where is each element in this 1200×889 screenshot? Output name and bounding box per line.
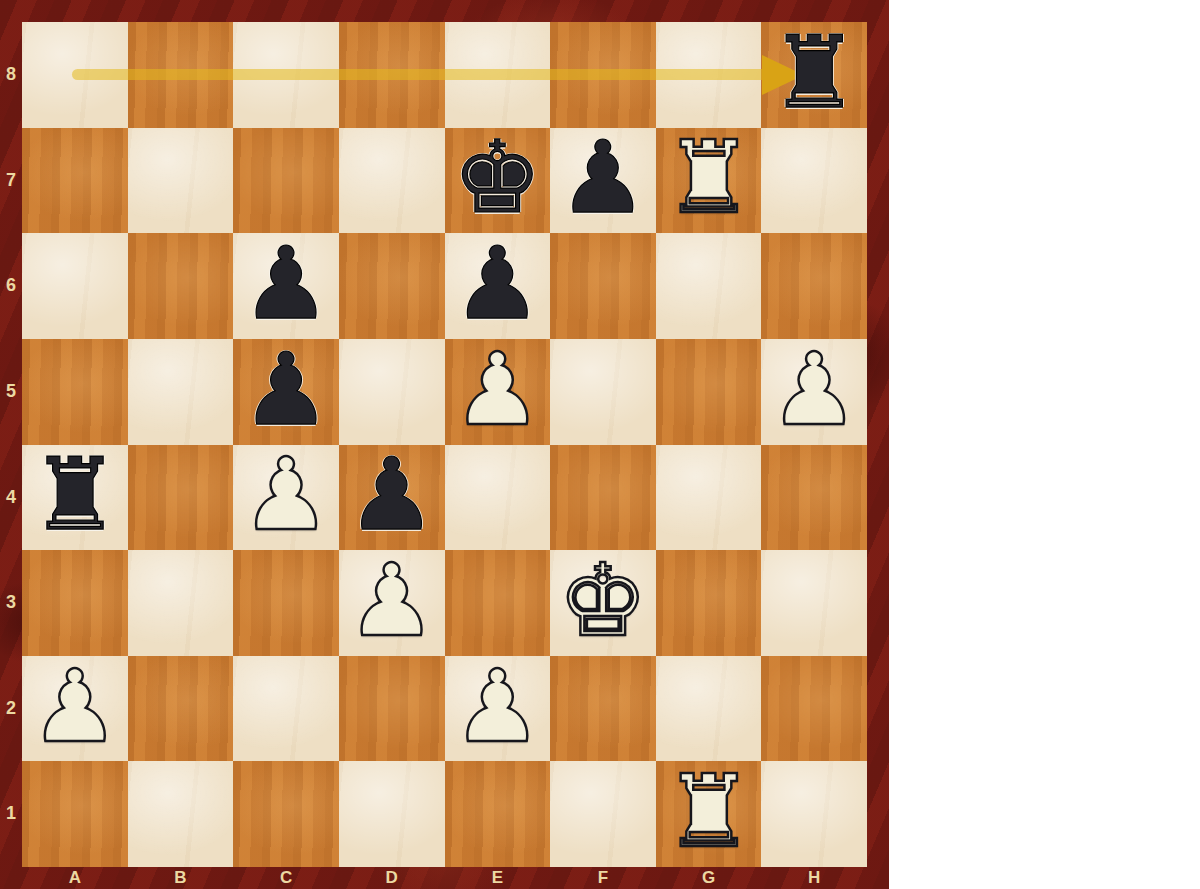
piece-white-pawn-d3[interactable]: ♟︎ <box>347 551 437 651</box>
square-h5[interactable]: ♟︎ <box>761 339 867 445</box>
square-e2[interactable]: ♟︎ <box>445 656 551 762</box>
square-c3[interactable] <box>233 550 339 656</box>
piece-black-king-e7[interactable]: ♚︎ <box>452 128 542 228</box>
square-h2[interactable] <box>761 656 867 762</box>
move-arrow-tail <box>72 69 768 80</box>
square-g6[interactable] <box>656 233 762 339</box>
piece-black-rook-a4[interactable]: ♜︎ <box>30 445 120 545</box>
square-c2[interactable] <box>233 656 339 762</box>
square-d2[interactable] <box>339 656 445 762</box>
square-a1[interactable] <box>22 761 128 867</box>
square-e3[interactable] <box>445 550 551 656</box>
square-c6[interactable]: ♟︎ <box>233 233 339 339</box>
piece-white-rook-g7[interactable]: ♜︎ <box>664 128 754 228</box>
screenshot-canvas: ♜︎♚︎♟︎♜︎♟︎♟︎♟︎♟︎♟︎♜︎♟︎♟︎♟︎♚︎♟︎♟︎♜︎ 87654… <box>0 0 1200 889</box>
square-d3[interactable]: ♟︎ <box>339 550 445 656</box>
square-e6[interactable]: ♟︎ <box>445 233 551 339</box>
piece-white-king-f3[interactable]: ♚︎ <box>558 551 648 651</box>
square-g4[interactable] <box>656 445 762 551</box>
rank-label-6: 6 <box>0 233 22 339</box>
file-label-c: C <box>233 867 339 889</box>
square-g2[interactable] <box>656 656 762 762</box>
file-label-d: D <box>339 867 445 889</box>
square-a4[interactable]: ♜︎ <box>22 445 128 551</box>
rank-label-1: 1 <box>0 761 22 867</box>
square-d5[interactable] <box>339 339 445 445</box>
rank-label-7: 7 <box>0 128 22 234</box>
square-b1[interactable] <box>128 761 234 867</box>
square-g5[interactable] <box>656 339 762 445</box>
square-a7[interactable] <box>22 128 128 234</box>
square-c1[interactable] <box>233 761 339 867</box>
square-b6[interactable] <box>128 233 234 339</box>
square-b2[interactable] <box>128 656 234 762</box>
square-h8[interactable]: ♜︎ <box>761 22 867 128</box>
rank-label-8: 8 <box>0 22 22 128</box>
square-f4[interactable] <box>550 445 656 551</box>
piece-black-pawn-c5[interactable]: ♟︎ <box>241 340 331 440</box>
square-e4[interactable] <box>445 445 551 551</box>
square-h3[interactable] <box>761 550 867 656</box>
square-f1[interactable] <box>550 761 656 867</box>
piece-white-rook-g1[interactable]: ♜︎ <box>664 762 754 862</box>
square-a2[interactable]: ♟︎ <box>22 656 128 762</box>
file-label-f: F <box>550 867 656 889</box>
piece-white-pawn-c4[interactable]: ♟︎ <box>241 445 331 545</box>
square-a6[interactable] <box>22 233 128 339</box>
piece-white-pawn-h5[interactable]: ♟︎ <box>769 340 859 440</box>
piece-black-pawn-c6[interactable]: ♟︎ <box>241 234 331 334</box>
square-b3[interactable] <box>128 550 234 656</box>
square-d7[interactable] <box>339 128 445 234</box>
square-a5[interactable] <box>22 339 128 445</box>
square-g1[interactable]: ♜︎ <box>656 761 762 867</box>
square-e5[interactable]: ♟︎ <box>445 339 551 445</box>
square-c4[interactable]: ♟︎ <box>233 445 339 551</box>
square-b5[interactable] <box>128 339 234 445</box>
square-g7[interactable]: ♜︎ <box>656 128 762 234</box>
square-d4[interactable]: ♟︎ <box>339 445 445 551</box>
piece-white-pawn-e5[interactable]: ♟︎ <box>452 340 542 440</box>
square-b4[interactable] <box>128 445 234 551</box>
square-h6[interactable] <box>761 233 867 339</box>
piece-black-pawn-d4[interactable]: ♟︎ <box>347 445 437 545</box>
square-c5[interactable]: ♟︎ <box>233 339 339 445</box>
piece-black-pawn-f7[interactable]: ♟︎ <box>558 128 648 228</box>
square-f3[interactable]: ♚︎ <box>550 550 656 656</box>
rank-label-3: 3 <box>0 550 22 656</box>
square-h7[interactable] <box>761 128 867 234</box>
square-f6[interactable] <box>550 233 656 339</box>
board-frame: ♜︎♚︎♟︎♜︎♟︎♟︎♟︎♟︎♟︎♜︎♟︎♟︎♟︎♚︎♟︎♟︎♜︎ 87654… <box>0 0 889 889</box>
square-e1[interactable] <box>445 761 551 867</box>
piece-white-pawn-e2[interactable]: ♟︎ <box>452 657 542 757</box>
square-d1[interactable] <box>339 761 445 867</box>
square-a3[interactable] <box>22 550 128 656</box>
piece-black-rook-h8[interactable]: ♜︎ <box>769 23 859 123</box>
file-label-g: G <box>656 867 762 889</box>
piece-white-pawn-a2[interactable]: ♟︎ <box>30 657 120 757</box>
rank-label-5: 5 <box>0 339 22 445</box>
piece-black-pawn-e6[interactable]: ♟︎ <box>452 234 542 334</box>
square-h1[interactable] <box>761 761 867 867</box>
square-d6[interactable] <box>339 233 445 339</box>
square-c7[interactable] <box>233 128 339 234</box>
file-label-h: H <box>761 867 867 889</box>
square-g3[interactable] <box>656 550 762 656</box>
square-f5[interactable] <box>550 339 656 445</box>
chess-board: ♜︎♚︎♟︎♜︎♟︎♟︎♟︎♟︎♟︎♜︎♟︎♟︎♟︎♚︎♟︎♟︎♜︎ <box>22 22 867 867</box>
square-f2[interactable] <box>550 656 656 762</box>
square-f7[interactable]: ♟︎ <box>550 128 656 234</box>
square-e7[interactable]: ♚︎ <box>445 128 551 234</box>
square-b7[interactable] <box>128 128 234 234</box>
rank-label-4: 4 <box>0 445 22 551</box>
file-label-a: A <box>22 867 128 889</box>
rank-label-2: 2 <box>0 656 22 762</box>
file-label-e: E <box>445 867 551 889</box>
square-h4[interactable] <box>761 445 867 551</box>
file-label-b: B <box>128 867 234 889</box>
